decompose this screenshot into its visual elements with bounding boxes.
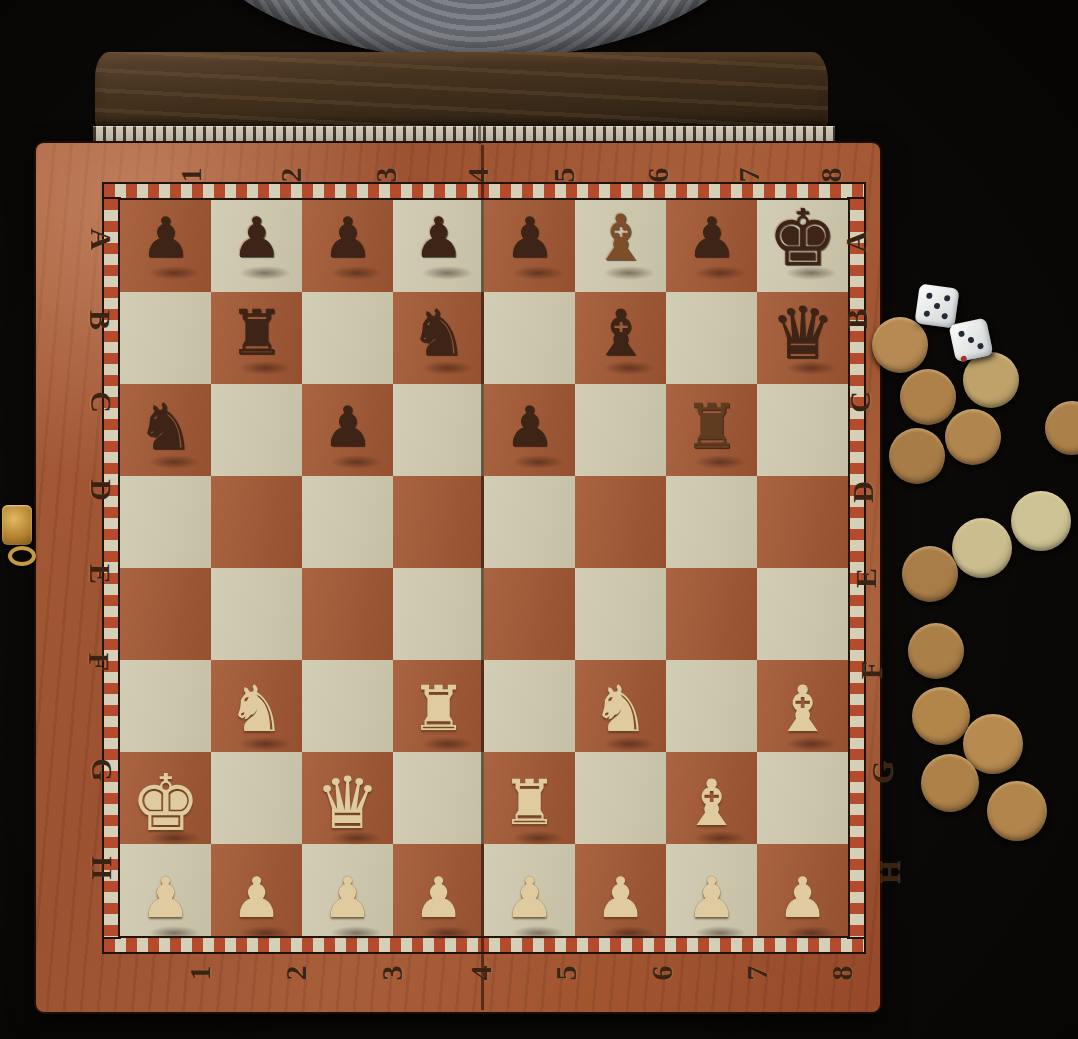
piece-light-pawn-H5[interactable]: ♟ xyxy=(484,852,575,944)
coord-top-5: 5 xyxy=(549,168,579,183)
coord-bottom-7: 7 xyxy=(742,966,772,981)
square-G8[interactable] xyxy=(757,752,848,844)
piece-dark-rook-B2[interactable]: ♜ xyxy=(211,287,302,379)
pawn-glyph: ♟ xyxy=(322,870,372,926)
coord-top-4: 4 xyxy=(463,168,493,183)
coord-top-8: 8 xyxy=(816,168,846,183)
pawn-glyph: ♟ xyxy=(231,870,281,926)
piece-shadow xyxy=(603,926,655,940)
folded-box-edge xyxy=(95,52,828,128)
coord-right-G: G xyxy=(867,760,897,783)
table-scene: 1234567812345678ABCDEFGHABCDEFGH ♟♟♟♟♟♝♟… xyxy=(0,0,1078,1039)
die-red-pip xyxy=(961,356,968,363)
piece-dark-pawn-A2[interactable]: ♟ xyxy=(211,192,302,284)
coord-left-E: E xyxy=(85,564,115,584)
coord-right-F: F xyxy=(856,661,886,679)
piece-shadow xyxy=(785,926,837,940)
square-G6[interactable] xyxy=(575,752,666,844)
piece-shadow xyxy=(694,831,746,845)
piece-shadow xyxy=(785,361,837,375)
piece-light-pawn-H8[interactable]: ♟ xyxy=(757,852,848,944)
piece-dark-pawn-A7[interactable]: ♟ xyxy=(666,192,757,284)
piece-shadow xyxy=(330,266,382,280)
square-B7[interactable] xyxy=(666,292,757,384)
piece-shadow xyxy=(330,455,382,469)
coord-left-B: B xyxy=(85,310,115,330)
square-F1[interactable] xyxy=(120,660,211,752)
square-F3[interactable] xyxy=(302,660,393,752)
die-pip xyxy=(926,292,933,299)
piece-dark-pawn-A1[interactable]: ♟ xyxy=(120,192,211,284)
coord-top-1: 1 xyxy=(176,168,206,183)
knight-glyph: ♞ xyxy=(592,677,649,741)
coord-bottom-4: 4 xyxy=(466,966,496,981)
piece-shadow xyxy=(694,266,746,280)
piece-shadow xyxy=(239,926,291,940)
piece-shadow xyxy=(148,831,200,845)
piece-dark-bishop-B6[interactable]: ♝ xyxy=(575,287,666,379)
pawn-glyph: ♟ xyxy=(504,399,554,455)
piece-shadow xyxy=(603,361,655,375)
piece-shadow xyxy=(694,926,746,940)
die-pip xyxy=(923,310,930,317)
square-D5[interactable] xyxy=(484,476,575,568)
coord-left-A: A xyxy=(86,228,116,250)
checker-disc-13[interactable] xyxy=(921,754,979,812)
piece-dark-knight-B4[interactable]: ♞ xyxy=(393,287,484,379)
die-pip xyxy=(934,303,941,310)
square-D6[interactable] xyxy=(575,476,666,568)
piece-light-pawn-H7[interactable]: ♟ xyxy=(666,852,757,944)
checker-disc-11[interactable] xyxy=(912,687,970,745)
square-E1[interactable] xyxy=(120,568,211,660)
piece-light-pawn-H2[interactable]: ♟ xyxy=(211,852,302,944)
coord-right-D: D xyxy=(848,481,878,503)
checker-disc-4[interactable] xyxy=(945,409,1001,465)
piece-light-pawn-H1[interactable]: ♟ xyxy=(120,852,211,944)
knight-glyph: ♞ xyxy=(410,301,467,365)
queen-glyph: ♛ xyxy=(315,767,380,839)
piece-dark-pawn-A3[interactable]: ♟ xyxy=(302,192,393,284)
piece-dark-knight-C1[interactable]: ♞ xyxy=(120,381,211,473)
piece-light-queen-G3[interactable]: ♛ xyxy=(302,757,393,849)
square-E4[interactable] xyxy=(393,568,484,660)
square-D3[interactable] xyxy=(302,476,393,568)
piece-shadow xyxy=(694,455,746,469)
square-D1[interactable] xyxy=(120,476,211,568)
coord-left-F: F xyxy=(84,653,114,671)
bishop-glyph: ♝ xyxy=(774,677,831,741)
piece-dark-pawn-A4[interactable]: ♟ xyxy=(393,192,484,284)
coord-bottom-8: 8 xyxy=(827,966,857,981)
coord-right-E: E xyxy=(851,568,881,588)
pawn-glyph: ♟ xyxy=(686,870,736,926)
rook-glyph: ♜ xyxy=(229,302,285,364)
square-D7[interactable] xyxy=(666,476,757,568)
piece-shadow xyxy=(603,737,655,751)
queen-glyph: ♛ xyxy=(770,297,835,369)
checker-disc-1[interactable] xyxy=(872,317,928,373)
die-pip xyxy=(977,343,984,350)
piece-light-rook-F4[interactable]: ♜ xyxy=(393,663,484,755)
piece-shadow xyxy=(421,737,473,751)
coord-bottom-6: 6 xyxy=(647,966,677,981)
square-G2[interactable] xyxy=(211,752,302,844)
rook-glyph: ♜ xyxy=(684,396,740,458)
knight-glyph: ♞ xyxy=(137,395,194,459)
piece-dark-rook-C7[interactable]: ♜ xyxy=(666,381,757,473)
square-D4[interactable] xyxy=(393,476,484,568)
pawn-glyph: ♟ xyxy=(413,870,463,926)
coord-bottom-2: 2 xyxy=(281,966,311,981)
checker-disc-6[interactable] xyxy=(889,428,945,484)
pawn-glyph: ♟ xyxy=(413,210,463,266)
piece-shadow xyxy=(330,831,382,845)
coord-left-G: G xyxy=(87,758,117,781)
piece-light-knight-F2[interactable]: ♞ xyxy=(211,663,302,755)
piece-shadow xyxy=(421,266,473,280)
pawn-glyph: ♟ xyxy=(686,210,736,266)
hinge-seam xyxy=(478,126,481,144)
piece-shadow xyxy=(330,926,382,940)
square-F7[interactable] xyxy=(666,660,757,752)
piece-shadow xyxy=(512,455,564,469)
coord-bottom-1: 1 xyxy=(185,966,215,981)
die-pip xyxy=(941,313,948,320)
piece-shadow xyxy=(785,266,837,280)
bishop-glyph: ♝ xyxy=(592,301,649,365)
piece-shadow xyxy=(239,737,291,751)
coord-top-3: 3 xyxy=(371,168,401,183)
checker-disc-5[interactable] xyxy=(1045,401,1078,455)
piece-shadow xyxy=(512,926,564,940)
coord-left-C: C xyxy=(86,391,116,413)
piece-shadow xyxy=(512,831,564,845)
piece-shadow xyxy=(421,361,473,375)
coord-bottom-3: 3 xyxy=(377,966,407,981)
piece-shadow xyxy=(148,266,200,280)
square-B1[interactable] xyxy=(120,292,211,384)
square-B3[interactable] xyxy=(302,292,393,384)
brass-clasp xyxy=(2,505,32,545)
brass-clasp-hook xyxy=(8,546,36,566)
piece-light-knight-F6[interactable]: ♞ xyxy=(575,663,666,755)
square-D8[interactable] xyxy=(757,476,848,568)
checker-disc-9[interactable] xyxy=(902,546,958,602)
coord-right-C: C xyxy=(845,391,875,413)
checker-disc-8[interactable] xyxy=(952,518,1012,578)
pawn-glyph: ♟ xyxy=(504,870,554,926)
piece-shadow xyxy=(512,266,564,280)
coord-left-D: D xyxy=(86,479,116,501)
pawn-glyph: ♟ xyxy=(140,870,190,926)
pawn-glyph: ♟ xyxy=(322,399,372,455)
piece-dark-king-A8[interactable]: ♚ xyxy=(757,192,848,284)
square-D2[interactable] xyxy=(211,476,302,568)
piece-dark-queen-B8[interactable]: ♛ xyxy=(757,287,848,379)
square-E5[interactable] xyxy=(484,568,575,660)
square-C4[interactable] xyxy=(393,384,484,476)
piece-dark-pawn-C5[interactable]: ♟ xyxy=(484,381,575,473)
square-G4[interactable] xyxy=(393,752,484,844)
square-C6[interactable] xyxy=(575,384,666,476)
knight-glyph: ♞ xyxy=(228,677,285,741)
piece-shadow xyxy=(239,361,291,375)
coord-top-7: 7 xyxy=(734,168,764,183)
piece-shadow xyxy=(603,266,655,280)
piece-shadow xyxy=(239,266,291,280)
woven-placemat xyxy=(178,0,774,60)
piece-shadow xyxy=(148,926,200,940)
pawn-glyph: ♟ xyxy=(140,210,190,266)
piece-dark-pawn-C3[interactable]: ♟ xyxy=(302,381,393,473)
coord-top-2: 2 xyxy=(276,168,306,183)
piece-light-bishop-F8[interactable]: ♝ xyxy=(757,663,848,755)
piece-light-pawn-H6[interactable]: ♟ xyxy=(575,852,666,944)
square-F5[interactable] xyxy=(484,660,575,752)
die-showing-5[interactable] xyxy=(914,283,959,328)
die-pip xyxy=(944,295,951,302)
square-E6[interactable] xyxy=(575,568,666,660)
coord-bottom-5: 5 xyxy=(551,966,581,981)
piece-light-rook-G5[interactable]: ♜ xyxy=(484,757,575,849)
die-showing-3[interactable] xyxy=(948,317,993,362)
checker-disc-14[interactable] xyxy=(987,781,1047,841)
pawn-glyph: ♟ xyxy=(504,210,554,266)
piece-shadow xyxy=(148,455,200,469)
die-pip xyxy=(967,336,974,343)
rook-glyph: ♜ xyxy=(411,678,467,740)
coord-right-H: H xyxy=(874,860,904,883)
pawn-glyph: ♟ xyxy=(322,210,372,266)
square-C2[interactable] xyxy=(211,384,302,476)
checker-disc-10[interactable] xyxy=(908,623,964,679)
pawn-glyph: ♟ xyxy=(777,870,827,926)
square-C8[interactable] xyxy=(757,384,848,476)
square-E8[interactable] xyxy=(757,568,848,660)
square-B5[interactable] xyxy=(484,292,575,384)
rook-glyph: ♜ xyxy=(502,772,558,834)
bishop-glyph: ♝ xyxy=(683,771,740,835)
piece-light-pawn-H3[interactable]: ♟ xyxy=(302,852,393,944)
checker-disc-2[interactable] xyxy=(900,369,956,425)
checker-disc-7[interactable] xyxy=(1011,491,1071,551)
coord-left-H: H xyxy=(87,856,117,879)
hinge-serrated-strip xyxy=(93,126,835,144)
coord-top-6: 6 xyxy=(643,168,673,183)
piece-dark-pawn-A5[interactable]: ♟ xyxy=(484,192,575,284)
pawn-glyph: ♟ xyxy=(595,870,645,926)
piece-light-pawn-H4[interactable]: ♟ xyxy=(393,852,484,944)
piece-shadow xyxy=(421,926,473,940)
bishop-glyph: ♝ xyxy=(592,206,649,270)
pawn-glyph: ♟ xyxy=(231,210,281,266)
piece-dark-bishop-A6[interactable]: ♝ xyxy=(575,192,666,284)
checker-disc-3[interactable] xyxy=(963,352,1019,408)
piece-light-king-G1[interactable]: ♚ xyxy=(120,757,211,849)
square-E3[interactable] xyxy=(302,568,393,660)
square-E2[interactable] xyxy=(211,568,302,660)
die-pip xyxy=(958,330,965,337)
square-E7[interactable] xyxy=(666,568,757,660)
piece-light-bishop-G7[interactable]: ♝ xyxy=(666,757,757,849)
piece-shadow xyxy=(785,737,837,751)
